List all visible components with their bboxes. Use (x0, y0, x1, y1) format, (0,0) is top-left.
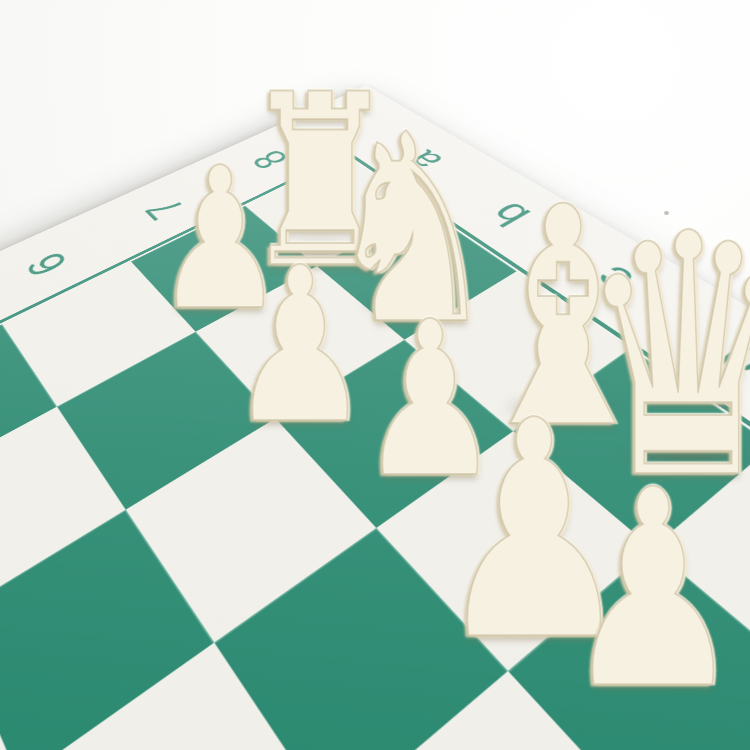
chess-set-product-photo: 876abcd ♜♟♞♝♟♛♟♚♟♟ (0, 0, 750, 750)
dust-speck (664, 211, 669, 215)
chess-mat: 876abcd (0, 0, 750, 750)
squares-grid (0, 0, 750, 750)
scene: 876abcd (0, 0, 750, 750)
